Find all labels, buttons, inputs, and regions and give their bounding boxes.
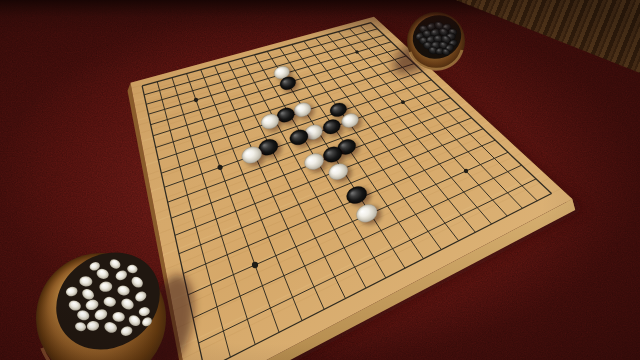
board-scene-svg [0, 0, 640, 360]
go-table-scene [0, 0, 640, 360]
